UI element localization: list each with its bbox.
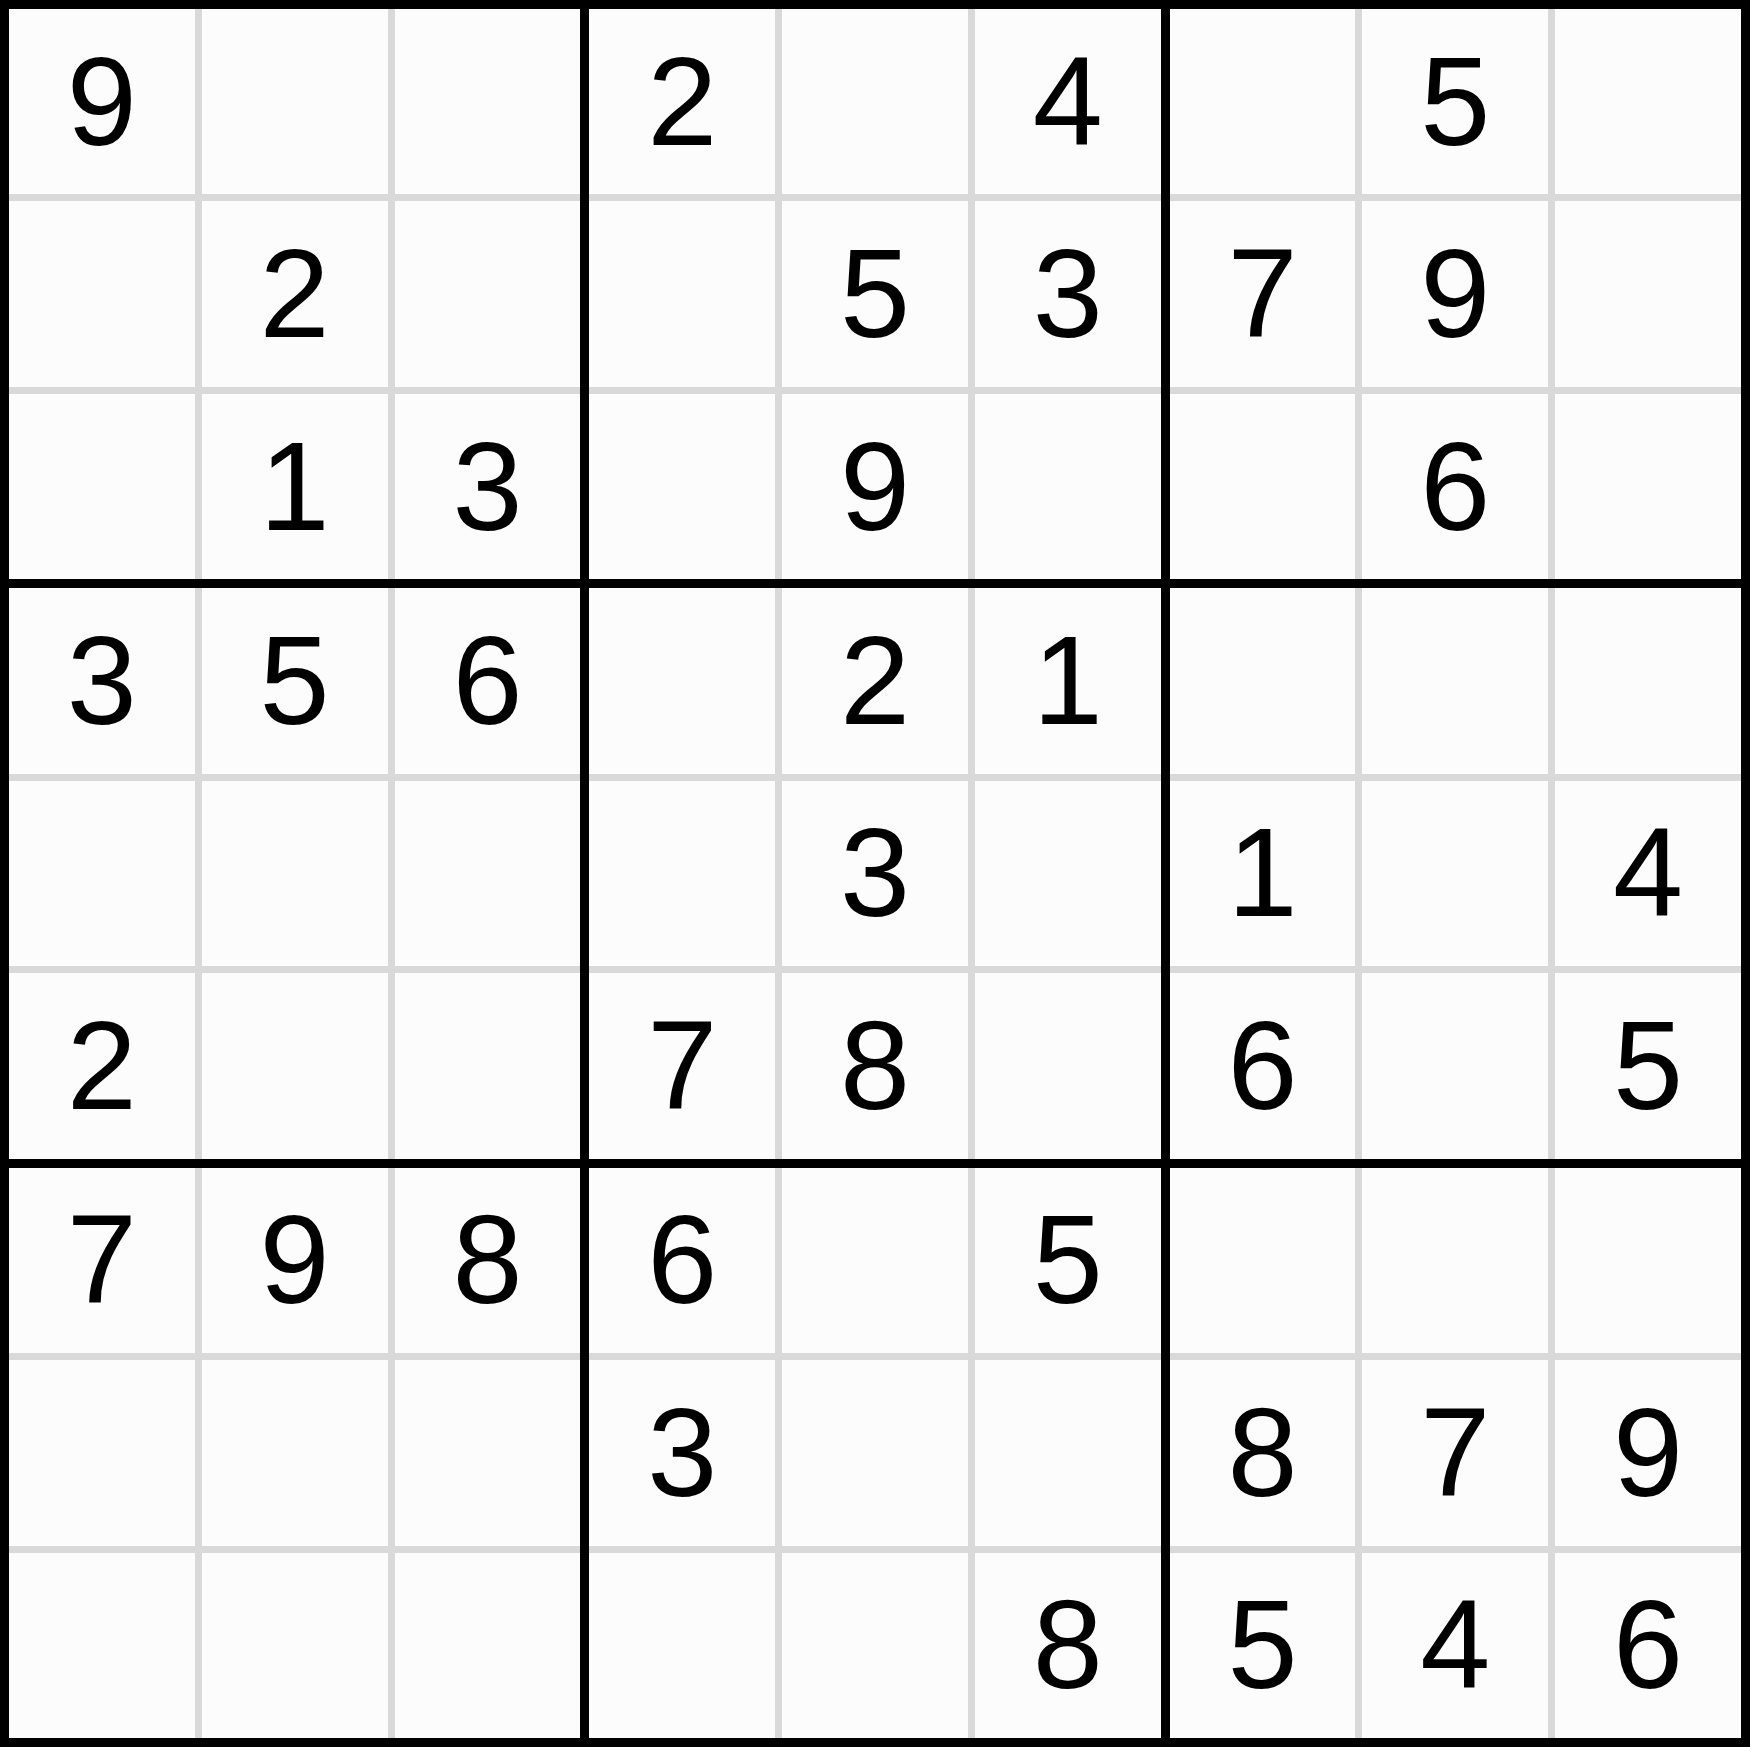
cell-r9c7[interactable]: 5 <box>1170 1553 1356 1738</box>
cell-r8c5[interactable] <box>782 1360 968 1545</box>
cell-r3c5[interactable]: 9 <box>782 394 968 579</box>
cell-r7c9[interactable] <box>1555 1168 1741 1353</box>
cell-r3c7[interactable] <box>1170 394 1356 579</box>
cell-r2c6[interactable]: 3 <box>975 201 1161 386</box>
cell-r9c4[interactable] <box>589 1553 775 1738</box>
cell-r3c6[interactable] <box>975 394 1161 579</box>
cell-r2c1[interactable] <box>9 201 195 386</box>
cell-r3c9[interactable] <box>1555 394 1741 579</box>
cell-r8c1[interactable] <box>9 1360 195 1545</box>
cell-r5c5[interactable]: 3 <box>782 781 968 966</box>
cell-r8c7[interactable]: 8 <box>1170 1360 1356 1545</box>
cell-r4c9[interactable] <box>1555 588 1741 773</box>
box-bottom-center: 6 5 3 8 <box>589 1168 1160 1738</box>
cell-r6c4[interactable]: 7 <box>589 973 775 1158</box>
cell-r6c1[interactable]: 2 <box>9 973 195 1158</box>
cell-r5c2[interactable] <box>202 781 388 966</box>
cell-r4c3[interactable]: 6 <box>395 588 581 773</box>
cell-r7c8[interactable] <box>1362 1168 1548 1353</box>
cell-r1c3[interactable] <box>395 9 581 194</box>
cell-r4c4[interactable] <box>589 588 775 773</box>
cell-r4c6[interactable]: 1 <box>975 588 1161 773</box>
cell-r8c6[interactable] <box>975 1360 1161 1545</box>
cell-r9c3[interactable] <box>395 1553 581 1738</box>
sudoku-board: 9 2 1 3 2 4 5 3 9 5 7 9 6 3 5 6 <box>0 0 1750 1747</box>
cell-r7c3[interactable]: 8 <box>395 1168 581 1353</box>
cell-r1c9[interactable] <box>1555 9 1741 194</box>
cell-r2c7[interactable]: 7 <box>1170 201 1356 386</box>
cell-r3c8[interactable]: 6 <box>1362 394 1548 579</box>
cell-r4c1[interactable]: 3 <box>9 588 195 773</box>
cell-r1c6[interactable]: 4 <box>975 9 1161 194</box>
cell-r5c6[interactable] <box>975 781 1161 966</box>
cell-r3c2[interactable]: 1 <box>202 394 388 579</box>
cell-r5c7[interactable]: 1 <box>1170 781 1356 966</box>
cell-r7c4[interactable]: 6 <box>589 1168 775 1353</box>
box-middle-right: 1 4 6 5 <box>1170 588 1741 1158</box>
box-middle-left: 3 5 6 2 <box>9 588 580 1158</box>
cell-r6c6[interactable] <box>975 973 1161 1158</box>
cell-r1c2[interactable] <box>202 9 388 194</box>
box-top-right: 5 7 9 6 <box>1170 9 1741 579</box>
cell-r8c2[interactable] <box>202 1360 388 1545</box>
cell-r1c7[interactable] <box>1170 9 1356 194</box>
cell-r5c8[interactable] <box>1362 781 1548 966</box>
cell-r7c1[interactable]: 7 <box>9 1168 195 1353</box>
cell-r9c2[interactable] <box>202 1553 388 1738</box>
cell-r2c5[interactable]: 5 <box>782 201 968 386</box>
cell-r9c6[interactable]: 8 <box>975 1553 1161 1738</box>
cell-r4c2[interactable]: 5 <box>202 588 388 773</box>
cell-r8c3[interactable] <box>395 1360 581 1545</box>
cell-r9c5[interactable] <box>782 1553 968 1738</box>
cell-r5c4[interactable] <box>589 781 775 966</box>
cell-r9c9[interactable]: 6 <box>1555 1553 1741 1738</box>
cell-r4c5[interactable]: 2 <box>782 588 968 773</box>
cell-r1c8[interactable]: 5 <box>1362 9 1548 194</box>
cell-r1c1[interactable]: 9 <box>9 9 195 194</box>
cell-r6c7[interactable]: 6 <box>1170 973 1356 1158</box>
cell-r1c5[interactable] <box>782 9 968 194</box>
box-bottom-right: 8 7 9 5 4 6 <box>1170 1168 1741 1738</box>
cell-r5c3[interactable] <box>395 781 581 966</box>
cell-r1c4[interactable]: 2 <box>589 9 775 194</box>
cell-r6c5[interactable]: 8 <box>782 973 968 1158</box>
cell-r8c9[interactable]: 9 <box>1555 1360 1741 1545</box>
cell-r3c1[interactable] <box>9 394 195 579</box>
cell-r5c9[interactable]: 4 <box>1555 781 1741 966</box>
cell-r2c3[interactable] <box>395 201 581 386</box>
cell-r6c3[interactable] <box>395 973 581 1158</box>
cell-r2c9[interactable] <box>1555 201 1741 386</box>
cell-r9c8[interactable]: 4 <box>1362 1553 1548 1738</box>
cell-r5c1[interactable] <box>9 781 195 966</box>
cell-r8c8[interactable]: 7 <box>1362 1360 1548 1545</box>
cell-r8c4[interactable]: 3 <box>589 1360 775 1545</box>
cell-r6c9[interactable]: 5 <box>1555 973 1741 1158</box>
cell-r4c8[interactable] <box>1362 588 1548 773</box>
box-middle-center: 2 1 3 7 8 <box>589 588 1160 1158</box>
box-top-center: 2 4 5 3 9 <box>589 9 1160 579</box>
cell-r4c7[interactable] <box>1170 588 1356 773</box>
box-top-left: 9 2 1 3 <box>9 9 580 579</box>
cell-r7c7[interactable] <box>1170 1168 1356 1353</box>
cell-r2c8[interactable]: 9 <box>1362 201 1548 386</box>
cell-r9c1[interactable] <box>9 1553 195 1738</box>
cell-r3c3[interactable]: 3 <box>395 394 581 579</box>
cell-r3c4[interactable] <box>589 394 775 579</box>
cell-r2c2[interactable]: 2 <box>202 201 388 386</box>
cell-r7c5[interactable] <box>782 1168 968 1353</box>
cell-r6c8[interactable] <box>1362 973 1548 1158</box>
box-bottom-left: 7 9 8 <box>9 1168 580 1738</box>
cell-r2c4[interactable] <box>589 201 775 386</box>
cell-r6c2[interactable] <box>202 973 388 1158</box>
cell-r7c6[interactable]: 5 <box>975 1168 1161 1353</box>
cell-r7c2[interactable]: 9 <box>202 1168 388 1353</box>
